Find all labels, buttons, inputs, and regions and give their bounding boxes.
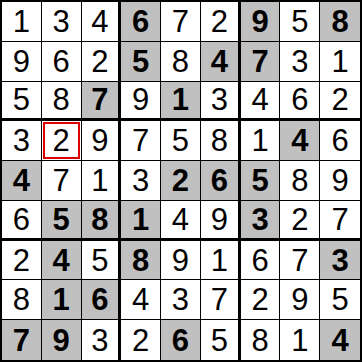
cell-r8c8[interactable]: 9 (280, 280, 320, 320)
cell-r1c1[interactable]: 1 (2, 2, 42, 42)
cell-r7c1[interactable]: 2 (2, 241, 42, 281)
cell-r5c3[interactable]: 1 (82, 161, 122, 201)
cell-r6c7[interactable]: 3 (241, 201, 281, 241)
cell-r9c9[interactable]: 4 (320, 320, 360, 360)
cell-r2c3[interactable]: 2 (82, 42, 122, 82)
cell-r8c3[interactable]: 6 (82, 280, 122, 320)
cell-r4c8[interactable]: 4 (280, 121, 320, 161)
cell-r8c4[interactable]: 4 (121, 280, 161, 320)
cell-r5c6[interactable]: 6 (201, 161, 241, 201)
cell-r8c9[interactable]: 5 (320, 280, 360, 320)
cell-r7c6[interactable]: 1 (201, 241, 241, 281)
cell-r2c7[interactable]: 7 (241, 42, 281, 82)
cell-r1c9[interactable]: 8 (320, 2, 360, 42)
cell-r4c9[interactable]: 6 (320, 121, 360, 161)
cell-r6c6[interactable]: 9 (201, 201, 241, 241)
cell-r2c4[interactable]: 5 (121, 42, 161, 82)
cell-r3c8[interactable]: 6 (280, 82, 320, 122)
sudoku-board: 1346729589625847315879134623297581464713… (0, 0, 362, 362)
cell-r5c7[interactable]: 5 (241, 161, 281, 201)
cell-r1c5[interactable]: 7 (161, 2, 201, 42)
cell-r3c2[interactable]: 8 (42, 82, 82, 122)
cell-r9c6[interactable]: 5 (201, 320, 241, 360)
cell-r3c7[interactable]: 4 (241, 82, 281, 122)
cell-r1c8[interactable]: 5 (280, 2, 320, 42)
cell-r7c2[interactable]: 4 (42, 241, 82, 281)
cell-r4c3[interactable]: 9 (82, 121, 122, 161)
cell-r7c3[interactable]: 5 (82, 241, 122, 281)
cell-r1c6[interactable]: 2 (201, 2, 241, 42)
cell-r8c1[interactable]: 8 (2, 280, 42, 320)
cell-r5c4[interactable]: 3 (121, 161, 161, 201)
cell-r7c5[interactable]: 9 (161, 241, 201, 281)
cell-r6c2[interactable]: 5 (42, 201, 82, 241)
cell-r7c8[interactable]: 7 (280, 241, 320, 281)
cell-r1c7[interactable]: 9 (241, 2, 281, 42)
cell-r3c5[interactable]: 1 (161, 82, 201, 122)
cell-r6c5[interactable]: 4 (161, 201, 201, 241)
cell-r5c1[interactable]: 4 (2, 161, 42, 201)
cell-r3c6[interactable]: 3 (201, 82, 241, 122)
cell-r4c4[interactable]: 7 (121, 121, 161, 161)
cell-r1c4[interactable]: 6 (121, 2, 161, 42)
cell-r3c1[interactable]: 5 (2, 82, 42, 122)
cell-r9c4[interactable]: 2 (121, 320, 161, 360)
cell-r4c6[interactable]: 8 (201, 121, 241, 161)
cell-r8c5[interactable]: 3 (161, 280, 201, 320)
cell-r1c3[interactable]: 4 (82, 2, 122, 42)
cell-r9c8[interactable]: 1 (280, 320, 320, 360)
cell-r2c1[interactable]: 9 (2, 42, 42, 82)
cell-r7c4[interactable]: 8 (121, 241, 161, 281)
cell-r6c1[interactable]: 6 (2, 201, 42, 241)
cell-r2c8[interactable]: 3 (280, 42, 320, 82)
cell-r7c7[interactable]: 6 (241, 241, 281, 281)
cell-r9c5[interactable]: 6 (161, 320, 201, 360)
cell-r5c2[interactable]: 7 (42, 161, 82, 201)
cell-r5c9[interactable]: 9 (320, 161, 360, 201)
cell-r5c8[interactable]: 8 (280, 161, 320, 201)
cell-r3c4[interactable]: 9 (121, 82, 161, 122)
cell-r9c3[interactable]: 3 (82, 320, 122, 360)
cell-r8c7[interactable]: 2 (241, 280, 281, 320)
cell-r4c5[interactable]: 5 (161, 121, 201, 161)
cell-r6c9[interactable]: 7 (320, 201, 360, 241)
cell-r1c2[interactable]: 3 (42, 2, 82, 42)
cell-r5c5[interactable]: 2 (161, 161, 201, 201)
cell-r8c6[interactable]: 7 (201, 280, 241, 320)
cell-r6c8[interactable]: 2 (280, 201, 320, 241)
cell-r9c7[interactable]: 8 (241, 320, 281, 360)
cell-r4c1[interactable]: 3 (2, 121, 42, 161)
cell-r2c9[interactable]: 1 (320, 42, 360, 82)
cell-r6c4[interactable]: 1 (121, 201, 161, 241)
cell-r8c2[interactable]: 1 (42, 280, 82, 320)
cell-r9c2[interactable]: 9 (42, 320, 82, 360)
cell-r3c9[interactable]: 2 (320, 82, 360, 122)
cell-r2c2[interactable]: 6 (42, 42, 82, 82)
cell-r2c5[interactable]: 8 (161, 42, 201, 82)
cell-r3c3[interactable]: 7 (82, 82, 122, 122)
cell-r4c7[interactable]: 1 (241, 121, 281, 161)
cell-r7c9[interactable]: 3 (320, 241, 360, 281)
cell-r6c3[interactable]: 8 (82, 201, 122, 241)
cell-r2c6[interactable]: 4 (201, 42, 241, 82)
cell-r4c2[interactable]: 2 (42, 121, 82, 161)
cell-r9c1[interactable]: 7 (2, 320, 42, 360)
